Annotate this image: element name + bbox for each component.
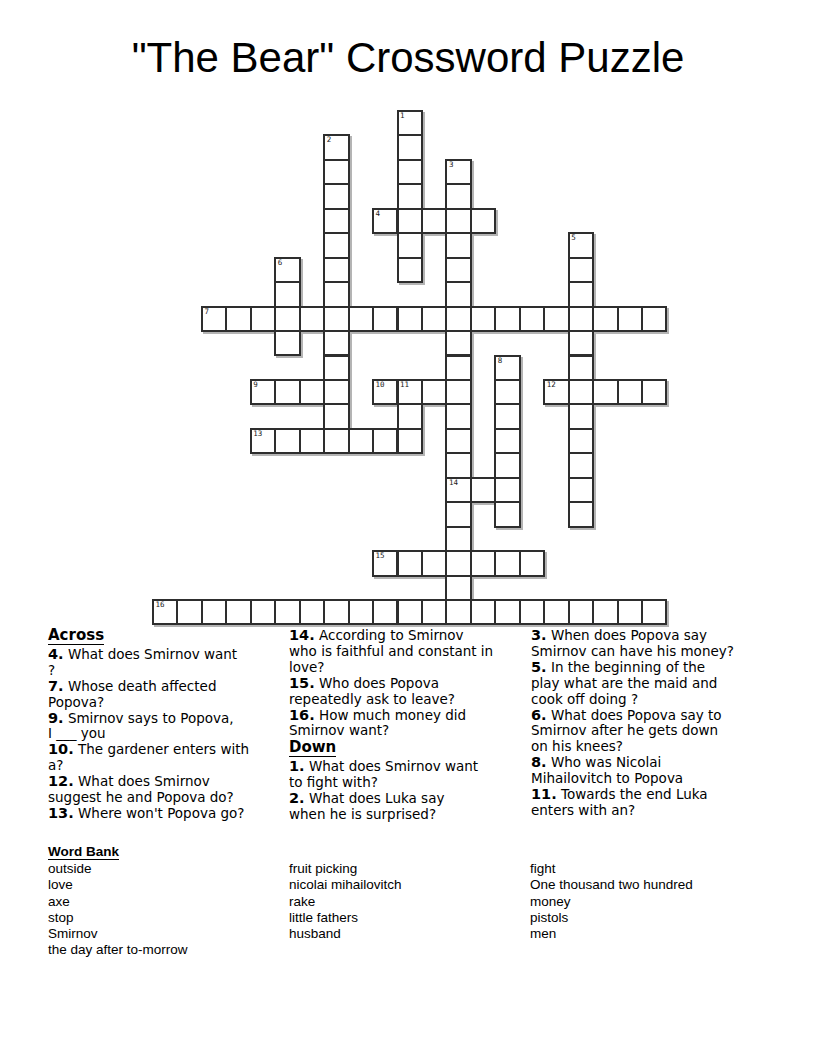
wordbank-item: fruit picking xyxy=(289,861,402,877)
cell-r9-c17[interactable] xyxy=(568,330,594,356)
clue-down-5: 5. In the beginning of the play what are… xyxy=(531,660,781,708)
cell-r13-c4[interactable]: 13 xyxy=(250,428,276,454)
cell-r8-c7[interactable] xyxy=(323,306,349,332)
cell-r11-c9[interactable]: 10 xyxy=(372,379,398,405)
cell-r20-c15[interactable] xyxy=(519,599,545,625)
wordbank-item: axe xyxy=(48,894,188,910)
wordbank-item: outside xyxy=(48,861,188,877)
cell-r13-c6[interactable] xyxy=(299,428,325,454)
cell-r18-c9[interactable]: 15 xyxy=(372,550,398,576)
clue-down-2: 2. What does Luka say when he is surpris… xyxy=(289,791,539,823)
cell-r11-c5[interactable] xyxy=(274,379,300,405)
clue-across-16: 16. How much money did Smirnov want? xyxy=(289,708,539,740)
page: "The Bear" Crossword Puzzle 123456789101… xyxy=(0,0,816,1056)
cell-r11-c6[interactable] xyxy=(299,379,325,405)
cell-r4-c7[interactable] xyxy=(323,208,349,234)
cell-r10-c12[interactable] xyxy=(445,355,471,381)
wordbank-item: rake xyxy=(289,894,402,910)
cell-number: 11 xyxy=(400,381,409,389)
clue-across-14: 14. According to Smirnov who is faithful… xyxy=(289,628,539,676)
cell-r10-c7[interactable] xyxy=(323,355,349,381)
cell-r7-c5[interactable] xyxy=(274,281,300,307)
clue-across-15: 15. Who does Popova repeatedly ask to le… xyxy=(289,676,539,708)
cell-r20-c3[interactable] xyxy=(225,599,251,625)
across-heading: Across xyxy=(48,628,298,644)
cell-r4-c9[interactable]: 4 xyxy=(372,208,398,234)
cell-r2-c10[interactable] xyxy=(397,159,423,185)
cell-r13-c10[interactable] xyxy=(397,428,423,454)
wordbank-heading: Word Bank xyxy=(48,844,119,859)
cell-r6-c5[interactable]: 6 xyxy=(274,257,300,283)
clue-column-2: 14. According to Smirnov who is faithful… xyxy=(289,628,539,823)
cell-r11-c18[interactable] xyxy=(592,379,618,405)
cell-r11-c19[interactable] xyxy=(617,379,643,405)
cell-number: 16 xyxy=(156,601,165,609)
cell-r15-c13[interactable] xyxy=(470,477,496,503)
cell-number: 3 xyxy=(449,161,454,169)
clue-column-1: Across 4. What does Smirnov want ?7. Who… xyxy=(48,628,298,822)
wordbank-item: nicolai mihailovitch xyxy=(289,877,402,893)
cell-r9-c7[interactable] xyxy=(323,330,349,356)
cell-r12-c10[interactable] xyxy=(397,403,423,429)
wordbank-item: One thousand two hundred xyxy=(530,877,693,893)
cell-number: 15 xyxy=(376,552,385,560)
cell-r20-c7[interactable] xyxy=(323,599,349,625)
cell-r14-c12[interactable] xyxy=(445,452,471,478)
wordbank-item: Smirnov xyxy=(48,926,188,942)
cell-number: 14 xyxy=(449,479,458,487)
cell-r3-c7[interactable] xyxy=(323,183,349,209)
cell-r13-c9[interactable] xyxy=(372,428,398,454)
cell-r11-c17[interactable] xyxy=(568,379,594,405)
cell-r16-c17[interactable] xyxy=(568,501,594,527)
cell-r8-c20[interactable] xyxy=(641,306,667,332)
cell-r8-c13[interactable] xyxy=(470,306,496,332)
cell-r1-c7[interactable]: 2 xyxy=(323,134,349,160)
cell-r19-c12[interactable] xyxy=(445,575,471,601)
wordbank-item: husband xyxy=(289,926,402,942)
cell-r4-c13[interactable] xyxy=(470,208,496,234)
cell-r4-c10[interactable] xyxy=(397,208,423,234)
clue-down-1: 1. What does Smirnov want to fight with? xyxy=(289,759,539,791)
cell-r11-c10[interactable]: 11 xyxy=(397,379,423,405)
cell-r15-c14[interactable] xyxy=(494,477,520,503)
wordbank-column-2: fruit pickingnicolai mihailovitchrakelit… xyxy=(289,861,402,942)
cell-number: 5 xyxy=(571,234,576,242)
cell-number: 7 xyxy=(204,308,209,316)
cell-r20-c13[interactable] xyxy=(470,599,496,625)
cell-r13-c12[interactable] xyxy=(445,428,471,454)
down-heading: Down xyxy=(289,740,539,756)
cell-r16-c14[interactable] xyxy=(494,501,520,527)
cell-r20-c8[interactable] xyxy=(348,599,374,625)
cell-r13-c5[interactable] xyxy=(274,428,300,454)
cell-r20-c20[interactable] xyxy=(641,599,667,625)
cell-r20-c11[interactable] xyxy=(421,599,447,625)
cell-number: 2 xyxy=(327,136,332,144)
cell-r20-c5[interactable] xyxy=(274,599,300,625)
cell-r9-c5[interactable] xyxy=(274,330,300,356)
cell-r14-c17[interactable] xyxy=(568,452,594,478)
cell-r18-c10[interactable] xyxy=(397,550,423,576)
cell-r11-c7[interactable] xyxy=(323,379,349,405)
cell-r1-c10[interactable] xyxy=(397,134,423,160)
cell-r20-c10[interactable] xyxy=(397,599,423,625)
cell-r18-c15[interactable] xyxy=(519,550,545,576)
cell-r20-c0[interactable]: 16 xyxy=(152,599,178,625)
cell-r6-c7[interactable] xyxy=(323,257,349,283)
wordbank-item: pistols xyxy=(530,910,693,926)
cell-r6-c10[interactable] xyxy=(397,257,423,283)
cell-r7-c7[interactable] xyxy=(323,281,349,307)
wordbank-column-3: fightOne thousand two hundredmoneypistol… xyxy=(530,861,693,942)
cell-r16-c12[interactable] xyxy=(445,501,471,527)
cell-r5-c7[interactable] xyxy=(323,232,349,258)
cell-r8-c11[interactable] xyxy=(421,306,447,332)
cell-r17-c12[interactable] xyxy=(445,526,471,552)
wordbank-item: fight xyxy=(530,861,693,877)
cell-r20-c19[interactable] xyxy=(617,599,643,625)
cell-r20-c2[interactable] xyxy=(201,599,227,625)
cell-r2-c7[interactable] xyxy=(323,159,349,185)
cell-r8-c15[interactable] xyxy=(519,306,545,332)
cell-r13-c8[interactable] xyxy=(348,428,374,454)
cell-number: 10 xyxy=(376,381,385,389)
cell-r4-c11[interactable] xyxy=(421,208,447,234)
cell-r5-c17[interactable]: 5 xyxy=(568,232,594,258)
cell-r3-c12[interactable] xyxy=(445,183,471,209)
cell-r3-c10[interactable] xyxy=(397,183,423,209)
cell-r20-c1[interactable] xyxy=(176,599,202,625)
cell-r13-c17[interactable] xyxy=(568,428,594,454)
down-clues-list-continued: 3. When does Popova say Smirnov can have… xyxy=(531,628,781,819)
cell-r20-c4[interactable] xyxy=(250,599,276,625)
across-clues-list-continued: 14. According to Smirnov who is faithful… xyxy=(289,628,539,739)
clue-across-12: 12. What does Smirnov suggest he and Pop… xyxy=(48,774,298,806)
cell-r10-c17[interactable] xyxy=(568,355,594,381)
clue-column-3: 3. When does Popova say Smirnov can have… xyxy=(531,628,781,819)
wordbank-item: little fathers xyxy=(289,910,402,926)
cell-r20-c16[interactable] xyxy=(543,599,569,625)
clue-down-8: 8. Who was Nicolai Mihailovitch to Popov… xyxy=(531,755,781,787)
cell-r11-c20[interactable] xyxy=(641,379,667,405)
cell-r0-c10[interactable]: 1 xyxy=(397,110,423,136)
cell-r11-c12[interactable] xyxy=(445,379,471,405)
wordbank-item: men xyxy=(530,926,693,942)
clue-across-13: 13. Where won't Popova go? xyxy=(48,806,298,822)
cell-r8-c10[interactable] xyxy=(397,306,423,332)
cell-r2-c12[interactable]: 3 xyxy=(445,159,471,185)
cell-r15-c12[interactable]: 14 xyxy=(445,477,471,503)
cell-r8-c14[interactable] xyxy=(494,306,520,332)
cell-r8-c17[interactable] xyxy=(568,306,594,332)
cell-r5-c10[interactable] xyxy=(397,232,423,258)
clue-across-4: 4. What does Smirnov want ? xyxy=(48,647,298,679)
wordbank-column-1: outsideloveaxestopSmirnovthe day after t… xyxy=(48,861,188,959)
cell-r13-c7[interactable] xyxy=(323,428,349,454)
cell-r12-c17[interactable] xyxy=(568,403,594,429)
across-clues-list: 4. What does Smirnov want ?7. Whose deat… xyxy=(48,647,298,822)
cell-r14-c14[interactable] xyxy=(494,452,520,478)
clue-across-9: 9. Smirnov says to Popova, I ___ you xyxy=(48,711,298,743)
cell-r8-c16[interactable] xyxy=(543,306,569,332)
cell-r15-c17[interactable] xyxy=(568,477,594,503)
cell-r8-c2[interactable]: 7 xyxy=(201,306,227,332)
cell-r6-c17[interactable] xyxy=(568,257,594,283)
clue-down-6: 6. What does Popova say to Smirnov after… xyxy=(531,708,781,756)
cell-r18-c11[interactable] xyxy=(421,550,447,576)
cell-r8-c3[interactable] xyxy=(225,306,251,332)
clue-down-11: 11. Towards the end Luka enters with an? xyxy=(531,787,781,819)
cell-r11-c11[interactable] xyxy=(421,379,447,405)
cell-r18-c14[interactable] xyxy=(494,550,520,576)
clue-across-10: 10. The gardener enters with a? xyxy=(48,742,298,774)
cell-r8-c18[interactable] xyxy=(592,306,618,332)
cell-r8-c6[interactable] xyxy=(299,306,325,332)
wordbank-item: money xyxy=(530,894,693,910)
cell-r8-c9[interactable] xyxy=(372,306,398,332)
cell-r20-c18[interactable] xyxy=(592,599,618,625)
cell-r20-c14[interactable] xyxy=(494,599,520,625)
wordbank-item: the day after to-morrow xyxy=(48,942,188,958)
cell-r11-c14[interactable] xyxy=(494,379,520,405)
cell-number: 1 xyxy=(400,112,405,120)
cell-r10-c14[interactable]: 8 xyxy=(494,355,520,381)
down-clues-list: 1. What does Smirnov want to fight with?… xyxy=(289,759,539,823)
cell-r9-c12[interactable] xyxy=(445,330,471,356)
cell-r12-c7[interactable] xyxy=(323,403,349,429)
wordbank-item: stop xyxy=(48,910,188,926)
cell-r11-c4[interactable]: 9 xyxy=(250,379,276,405)
cell-r18-c13[interactable] xyxy=(470,550,496,576)
cell-r13-c14[interactable] xyxy=(494,428,520,454)
cell-r18-c12[interactable] xyxy=(445,550,471,576)
cell-r8-c8[interactable] xyxy=(348,306,374,332)
cell-r8-c5[interactable] xyxy=(274,306,300,332)
cell-r20-c12[interactable] xyxy=(445,599,471,625)
cell-r11-c16[interactable]: 12 xyxy=(543,379,569,405)
cell-number: 4 xyxy=(376,210,381,218)
cell-r7-c17[interactable] xyxy=(568,281,594,307)
cell-r7-c12[interactable] xyxy=(445,281,471,307)
cell-number: 12 xyxy=(547,381,556,389)
page-title: "The Bear" Crossword Puzzle xyxy=(0,34,816,82)
cell-number: 8 xyxy=(498,357,503,365)
cell-r12-c14[interactable] xyxy=(494,403,520,429)
cell-number: 13 xyxy=(253,430,262,438)
cell-number: 6 xyxy=(278,259,283,267)
wordbank-item: love xyxy=(48,877,188,893)
cell-r5-c12[interactable] xyxy=(445,232,471,258)
cell-r4-c12[interactable] xyxy=(445,208,471,234)
cell-r8-c4[interactable] xyxy=(250,306,276,332)
cell-number: 9 xyxy=(253,381,258,389)
cell-r20-c6[interactable] xyxy=(299,599,325,625)
cell-r20-c17[interactable] xyxy=(568,599,594,625)
cell-r6-c12[interactable] xyxy=(445,257,471,283)
cell-r8-c12[interactable] xyxy=(445,306,471,332)
clue-across-7: 7. Whose death affected Popova? xyxy=(48,679,298,711)
cell-r12-c12[interactable] xyxy=(445,403,471,429)
cell-r8-c19[interactable] xyxy=(617,306,643,332)
cell-r20-c9[interactable] xyxy=(372,599,398,625)
clue-down-3: 3. When does Popova say Smirnov can have… xyxy=(531,628,781,660)
